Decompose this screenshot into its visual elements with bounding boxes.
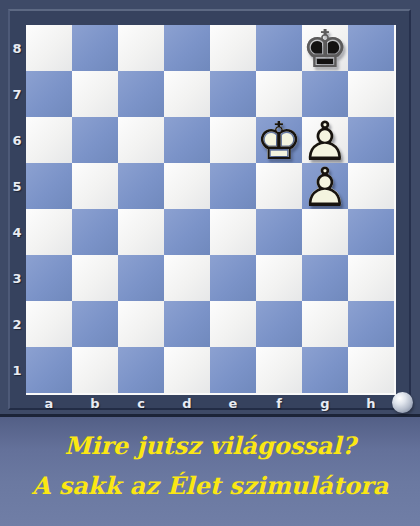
file-label-d: d <box>164 394 210 413</box>
white-pawn-g5[interactable]: ♟♙ <box>302 163 348 209</box>
square-b1[interactable] <box>72 347 118 393</box>
square-e2[interactable] <box>210 301 256 347</box>
square-a3[interactable] <box>26 255 72 301</box>
square-f6[interactable]: ♚♔ <box>256 117 302 163</box>
square-g7[interactable] <box>302 71 348 117</box>
silver-ball-ornament <box>392 392 413 413</box>
square-b7[interactable] <box>72 71 118 117</box>
square-b6[interactable] <box>72 117 118 163</box>
square-g3[interactable] <box>302 255 348 301</box>
file-label-e: e <box>210 394 256 413</box>
rank-label-6: 6 <box>8 117 26 163</box>
file-label-c: c <box>118 394 164 413</box>
square-b2[interactable] <box>72 301 118 347</box>
square-g2[interactable] <box>302 301 348 347</box>
rank-label-1: 1 <box>8 347 26 393</box>
white-king-outline: ♔ <box>256 118 302 164</box>
white-pawn-outline: ♙ <box>302 165 348 211</box>
square-e1[interactable] <box>210 347 256 393</box>
square-e8[interactable] <box>210 25 256 71</box>
square-d5[interactable] <box>164 163 210 209</box>
chessboard-frame: 87654321 abcdefgh ♚♔♚♔♟♙♟♙ <box>0 0 420 417</box>
black-king-g8[interactable]: ♚♔ <box>302 25 348 71</box>
black-king-outline: ♔ <box>302 26 348 72</box>
white-king-glyph: ♚ <box>256 118 302 164</box>
square-e4[interactable] <box>210 209 256 255</box>
square-c6[interactable] <box>118 117 164 163</box>
square-a4[interactable] <box>26 209 72 255</box>
square-c8[interactable] <box>118 25 164 71</box>
square-g4[interactable] <box>302 209 348 255</box>
square-b3[interactable] <box>72 255 118 301</box>
white-pawn-g6[interactable]: ♟♙ <box>302 117 348 163</box>
white-pawn-glyph: ♟ <box>302 165 348 211</box>
file-label-b: b <box>72 394 118 413</box>
square-h8[interactable] <box>348 25 394 71</box>
square-h7[interactable] <box>348 71 394 117</box>
rank-label-3: 3 <box>8 255 26 301</box>
black-king-glyph: ♚ <box>302 26 348 72</box>
square-c5[interactable] <box>118 163 164 209</box>
square-e6[interactable] <box>210 117 256 163</box>
caption-area: Mire jutsz világossal? A sakk az Élet sz… <box>0 417 420 526</box>
square-a2[interactable] <box>26 301 72 347</box>
square-d1[interactable] <box>164 347 210 393</box>
rank-label-7: 7 <box>8 71 26 117</box>
file-label-f: f <box>256 394 302 413</box>
square-d7[interactable] <box>164 71 210 117</box>
square-d8[interactable] <box>164 25 210 71</box>
rank-label-8: 8 <box>8 25 26 71</box>
square-e3[interactable] <box>210 255 256 301</box>
square-h2[interactable] <box>348 301 394 347</box>
square-d4[interactable] <box>164 209 210 255</box>
square-b4[interactable] <box>72 209 118 255</box>
chess-puzzle-page: 87654321 abcdefgh ♚♔♚♔♟♙♟♙ Mire jutsz vi… <box>0 0 420 526</box>
square-f1[interactable] <box>256 347 302 393</box>
square-h4[interactable] <box>348 209 394 255</box>
square-c2[interactable] <box>118 301 164 347</box>
file-label-g: g <box>302 394 348 413</box>
square-a8[interactable] <box>26 25 72 71</box>
square-a6[interactable] <box>26 117 72 163</box>
square-a5[interactable] <box>26 163 72 209</box>
rank-label-4: 4 <box>8 209 26 255</box>
square-a1[interactable] <box>26 347 72 393</box>
rank-labels: 87654321 <box>8 25 26 393</box>
file-labels: abcdefgh <box>26 394 394 413</box>
square-g6[interactable]: ♟♙ <box>302 117 348 163</box>
rank-label-2: 2 <box>8 301 26 347</box>
square-g8[interactable]: ♚♔ <box>302 25 348 71</box>
square-h6[interactable] <box>348 117 394 163</box>
board-squares: ♚♔♚♔♟♙♟♙ <box>26 25 396 395</box>
square-f5[interactable] <box>256 163 302 209</box>
square-h3[interactable] <box>348 255 394 301</box>
square-d3[interactable] <box>164 255 210 301</box>
file-label-a: a <box>26 394 72 413</box>
square-f7[interactable] <box>256 71 302 117</box>
square-g1[interactable] <box>302 347 348 393</box>
white-pawn-glyph: ♟ <box>302 119 348 165</box>
square-b5[interactable] <box>72 163 118 209</box>
square-d6[interactable] <box>164 117 210 163</box>
square-c3[interactable] <box>118 255 164 301</box>
file-label-h: h <box>348 394 394 413</box>
square-b8[interactable] <box>72 25 118 71</box>
square-d2[interactable] <box>164 301 210 347</box>
square-c4[interactable] <box>118 209 164 255</box>
square-f4[interactable] <box>256 209 302 255</box>
caption-motto: A sakk az Élet szimulátora <box>0 466 420 506</box>
square-c7[interactable] <box>118 71 164 117</box>
square-e7[interactable] <box>210 71 256 117</box>
square-a7[interactable] <box>26 71 72 117</box>
square-c1[interactable] <box>118 347 164 393</box>
square-f2[interactable] <box>256 301 302 347</box>
square-e5[interactable] <box>210 163 256 209</box>
square-f3[interactable] <box>256 255 302 301</box>
white-pawn-outline: ♙ <box>302 119 348 165</box>
square-h1[interactable] <box>348 347 394 393</box>
square-h5[interactable] <box>348 163 394 209</box>
rank-label-5: 5 <box>8 163 26 209</box>
white-king-f6[interactable]: ♚♔ <box>256 117 302 163</box>
caption-question: Mire jutsz világossal? <box>0 426 420 466</box>
square-f8[interactable] <box>256 25 302 71</box>
square-g5[interactable]: ♟♙ <box>302 163 348 209</box>
